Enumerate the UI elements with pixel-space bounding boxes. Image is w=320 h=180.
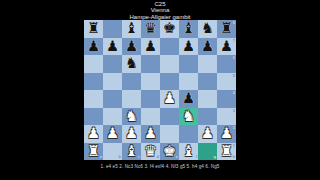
move-list: 1. e4 e5 2. Nc3 Nc6 3. f4 exf4 4. Nf3 g5… [0, 164, 320, 170]
square-d2: ♟ [141, 125, 160, 143]
square-h5: 5 [217, 73, 236, 91]
coord-rank-2: 2 [233, 126, 235, 130]
square-f5 [179, 73, 198, 91]
piece-black-bishop: ♝ [122, 20, 141, 38]
square-c4 [122, 90, 141, 108]
square-a3 [84, 108, 103, 126]
square-g5 [198, 73, 217, 91]
square-a8: ♜ [84, 20, 103, 38]
square-e2 [160, 125, 179, 143]
piece-black-pawn: ♟ [103, 38, 122, 56]
square-b1: b [103, 143, 122, 161]
coord-rank-8: 8 [233, 21, 235, 25]
coord-file-c: c [138, 155, 140, 159]
square-a7: ♟ [84, 38, 103, 56]
square-h6: 6 [217, 55, 236, 73]
square-c8: ♝ [122, 20, 141, 38]
coord-file-g: g [214, 155, 216, 159]
square-c7: ♟ [122, 38, 141, 56]
square-e3 [160, 108, 179, 126]
square-d7: ♟ [141, 38, 160, 56]
square-h8: ♜8 [217, 20, 236, 38]
piece-white-pawn: ♟ [160, 90, 179, 108]
piece-white-pawn: ♟ [103, 125, 122, 143]
video-frame: C25 Vienna Hampe-Allgaier gambit ♜♝♛♚♝♞♜… [0, 0, 320, 180]
piece-black-rook: ♜ [84, 20, 103, 38]
square-e8: ♚ [160, 20, 179, 38]
coord-rank-1: 1 [233, 144, 235, 148]
piece-white-knight: ♞ [122, 108, 141, 126]
piece-black-bishop: ♝ [179, 20, 198, 38]
piece-black-pawn: ♟ [84, 38, 103, 56]
coord-rank-4: 4 [233, 91, 235, 95]
piece-black-knight: ♞ [198, 20, 217, 38]
piece-black-pawn: ♟ [141, 38, 160, 56]
square-b3 [103, 108, 122, 126]
coord-rank-7: 7 [233, 39, 235, 43]
coord-file-f: f [196, 155, 197, 159]
square-f3: ♞ [179, 108, 198, 126]
coord-rank-5: 5 [233, 74, 235, 78]
piece-black-pawn: ♟ [122, 38, 141, 56]
piece-white-pawn: ♟ [84, 125, 103, 143]
square-g6 [198, 55, 217, 73]
coord-file-e: e [176, 155, 178, 159]
square-b5 [103, 73, 122, 91]
square-e1: ♚e [160, 143, 179, 161]
square-c3: ♞ [122, 108, 141, 126]
square-a6 [84, 55, 103, 73]
square-b7: ♟ [103, 38, 122, 56]
piece-white-knight: ♞ [179, 108, 198, 126]
chess-board: ♜♝♛♚♝♞♜8♟♟♟♟♟♟♟7♞65♟♟4♞♞3♟♟♟♟♟♟2♜ab♝c♛d♚… [84, 20, 236, 160]
square-d1: ♛d [141, 143, 160, 161]
square-f8: ♝ [179, 20, 198, 38]
square-d3 [141, 108, 160, 126]
coord-rank-6: 6 [233, 56, 235, 60]
square-e7 [160, 38, 179, 56]
square-a2: ♟ [84, 125, 103, 143]
square-g2: ♟ [198, 125, 217, 143]
piece-black-knight: ♞ [122, 55, 141, 73]
square-c6: ♞ [122, 55, 141, 73]
square-h3: 3 [217, 108, 236, 126]
square-e6 [160, 55, 179, 73]
square-d4 [141, 90, 160, 108]
square-h1: ♜1h [217, 143, 236, 161]
piece-white-pawn: ♟ [122, 125, 141, 143]
square-e5 [160, 73, 179, 91]
coord-rank-3: 3 [233, 109, 235, 113]
square-f6 [179, 55, 198, 73]
coord-file-h: h [233, 155, 235, 159]
coord-file-d: d [157, 155, 159, 159]
square-f7: ♟ [179, 38, 198, 56]
piece-black-king: ♚ [160, 20, 179, 38]
opening-name: Vienna [0, 7, 320, 14]
coord-file-a: a [100, 155, 102, 159]
square-h7: ♟7 [217, 38, 236, 56]
square-h2: ♟2 [217, 125, 236, 143]
square-b4 [103, 90, 122, 108]
piece-white-pawn: ♟ [141, 125, 160, 143]
square-f2 [179, 125, 198, 143]
square-b2: ♟ [103, 125, 122, 143]
square-g4 [198, 90, 217, 108]
square-g1: g [198, 143, 217, 161]
square-e4: ♟ [160, 90, 179, 108]
piece-black-queen: ♛ [141, 20, 160, 38]
square-g3 [198, 108, 217, 126]
piece-black-pawn: ♟ [179, 90, 198, 108]
square-d6 [141, 55, 160, 73]
square-b6 [103, 55, 122, 73]
square-f4: ♟ [179, 90, 198, 108]
square-a1: ♜a [84, 143, 103, 161]
piece-black-pawn: ♟ [179, 38, 198, 56]
square-d5 [141, 73, 160, 91]
coord-file-b: b [119, 155, 121, 159]
square-c1: ♝c [122, 143, 141, 161]
square-c5 [122, 73, 141, 91]
square-h4: 4 [217, 90, 236, 108]
square-a4 [84, 90, 103, 108]
square-c2: ♟ [122, 125, 141, 143]
piece-black-pawn: ♟ [198, 38, 217, 56]
square-b8 [103, 20, 122, 38]
square-d8: ♛ [141, 20, 160, 38]
square-g8: ♞ [198, 20, 217, 38]
square-g7: ♟ [198, 38, 217, 56]
piece-white-pawn: ♟ [198, 125, 217, 143]
opening-header: C25 Vienna Hampe-Allgaier gambit [0, 1, 320, 21]
square-f1: ♝f [179, 143, 198, 161]
square-a5 [84, 73, 103, 91]
